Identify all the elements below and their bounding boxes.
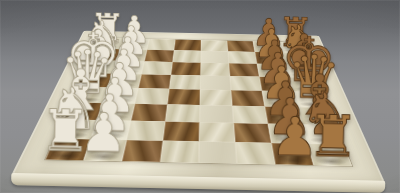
scene-3d: ♜♟♟♜♞♟♟♞♝♟♟♝♚♟♟♚♛♟♟♛♝♟♟♝♞♟♟♞♜♟♟♜	[0, 0, 400, 193]
dark-square	[131, 104, 167, 122]
dark-square	[138, 74, 171, 89]
chess-board: ♜♟♟♜♞♟♟♞♝♟♟♝♚♟♟♚♛♟♟♛♝♟♟♝♞♟♟♞♜♟♟♜	[11, 31, 385, 183]
chess-board-squares: ♜♟♟♜♞♟♟♞♝♟♟♝♚♟♟♚♛♟♟♛♝♟♟♝♞♟♟♞♜♟♟♜	[45, 38, 352, 166]
dark-square	[144, 50, 174, 62]
light-square	[169, 75, 200, 90]
light-square	[173, 50, 201, 62]
brown-rook: ♜	[307, 107, 360, 165]
light-square: ♟	[84, 139, 127, 161]
light-square	[165, 104, 200, 122]
photo-background: ♜♟♟♜♞♟♟♞♝♟♟♝♚♟♟♚♛♟♟♛♝♟♟♝♞♟♟♞♜♟♟♜	[0, 0, 400, 193]
light-square	[200, 63, 229, 76]
light-square	[199, 122, 235, 142]
dark-square	[122, 140, 163, 162]
dark-square	[171, 62, 201, 75]
dark-square	[174, 40, 201, 51]
light-square	[147, 39, 175, 50]
dark-square	[167, 89, 200, 105]
dark-square	[201, 51, 229, 63]
dark-square	[199, 141, 237, 163]
light-square	[127, 121, 166, 141]
light-square: ♜	[308, 144, 352, 166]
light-square	[200, 90, 232, 106]
white-pawn: ♟	[79, 106, 128, 161]
scene-tilt: ♜♟♟♜♞♟♟♞♝♟♟♝♚♟♟♚♛♟♟♛♝♟♟♝♞♟♟♞♜♟♟♜	[0, 0, 400, 193]
light-square	[160, 141, 199, 163]
light-square	[135, 88, 169, 104]
dark-square	[199, 105, 233, 123]
dark-square	[200, 75, 231, 90]
dark-square	[163, 122, 200, 142]
light-square	[201, 40, 228, 51]
light-square	[142, 61, 173, 74]
